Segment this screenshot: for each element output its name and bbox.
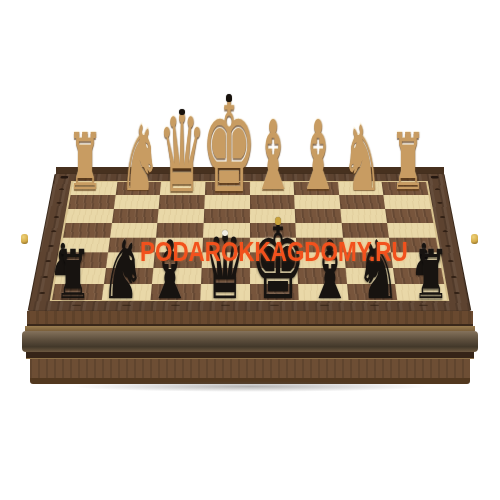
white-queen-finial-icon bbox=[179, 109, 185, 115]
black-knight-left[interactable]: ♞ bbox=[101, 230, 144, 311]
black-rook-right[interactable]: ♜ bbox=[413, 241, 449, 309]
white-bishop-right[interactable]: ♝ bbox=[297, 110, 340, 206]
white-queen[interactable]: ♛ bbox=[158, 100, 206, 207]
white-rook-left[interactable]: ♜ bbox=[68, 124, 103, 202]
white-knight-right[interactable]: ♞ bbox=[342, 115, 382, 205]
black-rook-left[interactable]: ♜ bbox=[55, 241, 91, 309]
white-king-finial-icon bbox=[226, 94, 232, 102]
white-knight-left[interactable]: ♞ bbox=[120, 115, 160, 205]
white-king[interactable]: ♚ bbox=[201, 85, 257, 210]
watermark-text: PODAROKKAGDOMY.RU bbox=[140, 237, 408, 268]
chess-set-photo: ♜♞♛♚♝♝♞♜♟♟♜♞♝♛♚♝♞♜ PODAROKKAGDOMY.RU bbox=[0, 0, 500, 500]
white-bishop-left[interactable]: ♝ bbox=[252, 110, 295, 206]
black-king-finial-icon bbox=[275, 217, 281, 225]
white-rook-right[interactable]: ♜ bbox=[391, 124, 426, 202]
